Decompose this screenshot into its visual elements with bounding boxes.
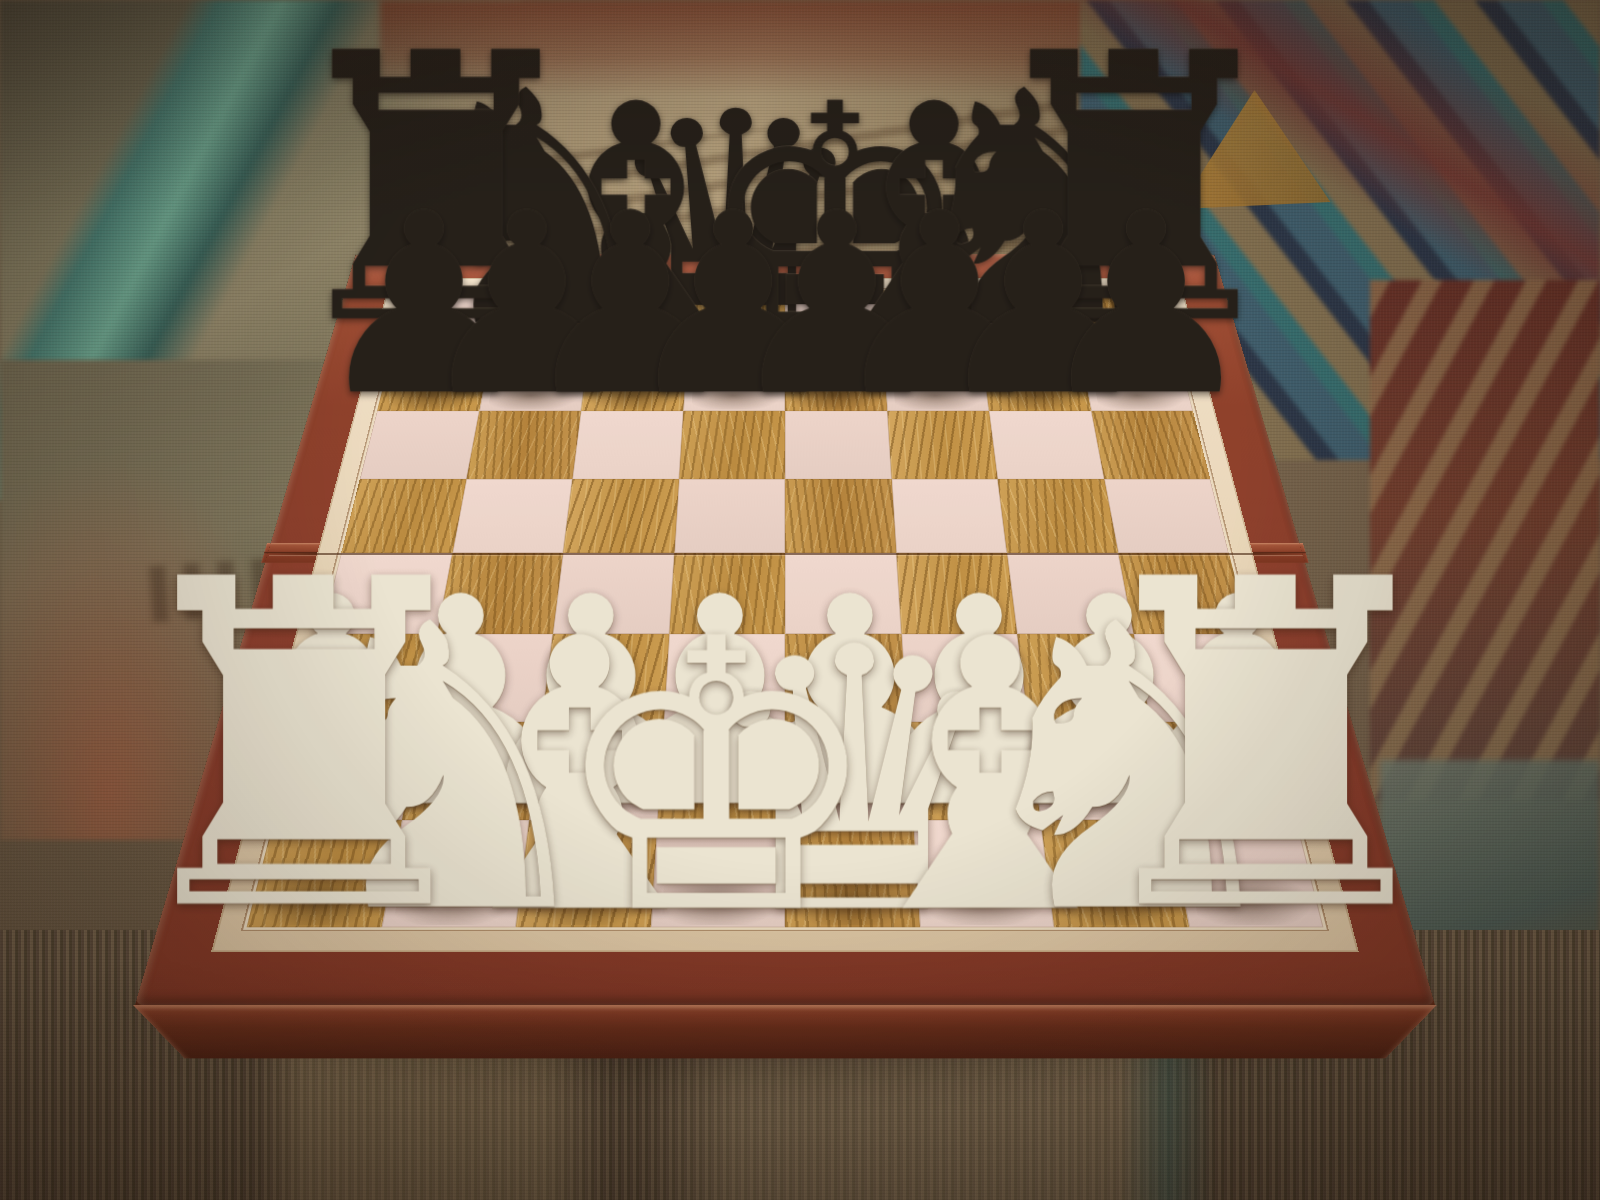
square-h1[interactable]: ♜: [1168, 820, 1323, 928]
square-h7[interactable]: ♟: [1079, 348, 1193, 411]
box-front-face: [133, 1005, 1437, 1059]
piece-white-rook[interactable]: ♜: [102, 523, 506, 973]
chess-board: ♜♞♝♛♚♝♞♜♟♟♟♟♟♟♟♟♟♟♟♟♟♟♟♟♜♞♝♚♛♝♞♜: [247, 290, 1324, 927]
chess-box: ♜♞♝♛♚♝♞♜♟♟♟♟♟♟♟♟♟♟♟♟♟♟♟♟♜♞♝♚♛♝♞♜: [135, 254, 1435, 1005]
board-frame: ♜♞♝♛♚♝♞♜♟♟♟♟♟♟♟♟♟♟♟♟♟♟♟♟♜♞♝♚♛♝♞♜: [135, 254, 1435, 1005]
piece-white-rook[interactable]: ♜: [1064, 523, 1468, 973]
photo-of-chess-set: { "game": "chess", "scene": { "descripti…: [0, 0, 1600, 1200]
board-margin: ♜♞♝♛♚♝♞♜♟♟♟♟♟♟♟♟♟♟♟♟♟♟♟♟♜♞♝♚♛♝♞♜: [211, 278, 1359, 952]
square-d1[interactable]: ♚: [650, 820, 785, 928]
chess-set-scene: ♜♞♝♛♚♝♞♜♟♟♟♟♟♟♟♟♟♟♟♟♟♟♟♟♜♞♝♚♛♝♞♜: [135, 0, 1435, 1005]
square-a1[interactable]: ♜: [247, 820, 402, 928]
piece-black-pawn[interactable]: ♟: [1034, 180, 1258, 430]
